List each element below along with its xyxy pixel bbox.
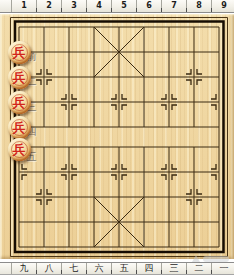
- file-label-top-9: 9: [212, 0, 234, 12]
- file-label-top-5: 5: [112, 0, 137, 12]
- file-label-top-3: 3: [62, 0, 87, 12]
- file-label-bottom-3: 七: [62, 263, 87, 274]
- piece-character: 兵: [13, 121, 26, 134]
- bottom-coordinate-ruler: 九八七六五四三二一: [0, 262, 234, 275]
- file-label-top-6: 6: [137, 0, 162, 12]
- watermark-triangle-icon: [192, 255, 200, 262]
- top-ruler-stub: [0, 0, 12, 12]
- watermark-text-smudge: [203, 256, 229, 262]
- board-intersections: 前兵二兵三兵四兵五兵: [7, 15, 232, 260]
- piece-character: 兵: [13, 143, 26, 156]
- file-label-bottom-2: 八: [37, 263, 62, 274]
- piece-character: 兵: [13, 71, 26, 84]
- red-soldier-piece[interactable]: 兵: [8, 41, 31, 64]
- red-soldier-piece[interactable]: 兵: [8, 66, 31, 89]
- top-coordinate-ruler: 123456789: [0, 0, 234, 13]
- piece-character: 兵: [13, 96, 26, 109]
- file-label-bottom-8: 二: [187, 263, 212, 274]
- file-label-bottom-6: 四: [137, 263, 162, 274]
- bottom-ruler-stub: [0, 263, 12, 274]
- file-label-top-7: 7: [162, 0, 187, 12]
- file-label-top-2: 2: [37, 0, 62, 12]
- piece-character: 兵: [13, 46, 26, 59]
- red-soldier-piece[interactable]: 兵: [8, 91, 31, 114]
- red-soldier-piece[interactable]: 兵: [8, 138, 31, 161]
- file-label-bottom-5: 五: [112, 263, 137, 274]
- file-label-bottom-9: 一: [212, 263, 234, 274]
- file-label-bottom-7: 三: [162, 263, 187, 274]
- intersection-node: 二兵: [7, 65, 32, 90]
- watermark: [192, 250, 232, 262]
- intersection-node: 三兵: [7, 90, 32, 115]
- file-label-top-8: 8: [187, 0, 212, 12]
- xiangqi-board-diagram: 123456789 前兵二兵三兵四兵五兵 九八七六五四三二一: [0, 0, 234, 278]
- red-soldier-piece[interactable]: 兵: [8, 116, 31, 139]
- intersection-node: 四兵: [7, 115, 32, 140]
- file-label-top-1: 1: [12, 0, 37, 12]
- file-label-bottom-4: 六: [87, 263, 112, 274]
- intersection-node: 五兵: [7, 140, 32, 160]
- file-label-top-4: 4: [87, 0, 112, 12]
- file-label-bottom-1: 九: [12, 263, 37, 274]
- intersection-node: 前兵: [7, 40, 32, 65]
